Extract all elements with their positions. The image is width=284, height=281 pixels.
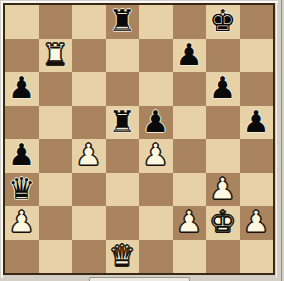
square-f5[interactable] (173, 106, 207, 140)
square-a2[interactable]: ♟ (5, 206, 39, 240)
square-c5[interactable] (72, 106, 106, 140)
square-e1[interactable] (139, 240, 173, 274)
square-h5[interactable]: ♟ (240, 106, 274, 140)
square-c4[interactable]: ♟ (72, 139, 106, 173)
square-a6[interactable]: ♟ (5, 72, 39, 106)
chess-board: ♜♚♜♟♟♟♜♟♟♟♟♟♛♟♟♟♚♟♛ (5, 5, 273, 273)
square-g2[interactable]: ♚ (206, 206, 240, 240)
white-pawn[interactable]: ♟ (176, 206, 203, 239)
square-a8[interactable] (5, 5, 39, 39)
square-f7[interactable]: ♟ (173, 39, 207, 73)
black-pawn[interactable]: ♟ (243, 106, 270, 139)
square-b2[interactable] (39, 206, 73, 240)
white-pawn[interactable]: ♟ (243, 206, 270, 239)
square-g5[interactable] (206, 106, 240, 140)
square-g8[interactable]: ♚ (206, 5, 240, 39)
square-d6[interactable] (106, 72, 140, 106)
square-h1[interactable] (240, 240, 274, 274)
square-b1[interactable] (39, 240, 73, 274)
bevel-shadow-right (281, 0, 282, 281)
square-a5[interactable] (5, 106, 39, 140)
square-c6[interactable] (72, 72, 106, 106)
square-g6[interactable]: ♟ (206, 72, 240, 106)
white-pawn[interactable]: ♟ (8, 206, 35, 239)
square-b7[interactable]: ♜ (39, 39, 73, 73)
square-g3[interactable]: ♟ (206, 173, 240, 207)
partial-widget[interactable] (89, 277, 190, 281)
square-d2[interactable] (106, 206, 140, 240)
black-pawn[interactable]: ♟ (142, 106, 169, 139)
square-h4[interactable] (240, 139, 274, 173)
square-g1[interactable] (206, 240, 240, 274)
square-e4[interactable]: ♟ (139, 139, 173, 173)
square-a3[interactable]: ♛ (5, 173, 39, 207)
square-a4[interactable]: ♟ (5, 139, 39, 173)
square-c8[interactable] (72, 5, 106, 39)
square-e8[interactable] (139, 5, 173, 39)
square-d3[interactable] (106, 173, 140, 207)
square-d8[interactable]: ♜ (106, 5, 140, 39)
square-b4[interactable] (39, 139, 73, 173)
square-e3[interactable] (139, 173, 173, 207)
chess-app-window: { "game": "chess", "position": "3r2k1/1R… (0, 0, 284, 281)
square-c3[interactable] (72, 173, 106, 207)
square-f8[interactable] (173, 5, 207, 39)
square-e5[interactable]: ♟ (139, 106, 173, 140)
square-h7[interactable] (240, 39, 274, 73)
white-king[interactable]: ♚ (209, 206, 236, 239)
square-h8[interactable] (240, 5, 274, 39)
square-h6[interactable] (240, 72, 274, 106)
white-rook[interactable]: ♜ (42, 39, 69, 72)
square-f4[interactable] (173, 139, 207, 173)
black-pawn[interactable]: ♟ (8, 72, 35, 105)
square-f3[interactable] (173, 173, 207, 207)
square-f1[interactable] (173, 240, 207, 274)
square-d7[interactable] (106, 39, 140, 73)
square-d1[interactable]: ♛ (106, 240, 140, 274)
square-e2[interactable] (139, 206, 173, 240)
square-c1[interactable] (72, 240, 106, 274)
square-h3[interactable] (240, 173, 274, 207)
square-b6[interactable] (39, 72, 73, 106)
bevel-highlight-right (276, 2, 277, 278)
square-b3[interactable] (39, 173, 73, 207)
square-b5[interactable] (39, 106, 73, 140)
black-rook[interactable]: ♜ (109, 5, 136, 38)
square-d4[interactable] (106, 139, 140, 173)
square-c2[interactable] (72, 206, 106, 240)
square-d5[interactable]: ♜ (106, 106, 140, 140)
square-e7[interactable] (139, 39, 173, 73)
square-g7[interactable] (206, 39, 240, 73)
square-a7[interactable] (5, 39, 39, 73)
white-pawn[interactable]: ♟ (209, 173, 236, 206)
square-a1[interactable] (5, 240, 39, 274)
square-e6[interactable] (139, 72, 173, 106)
black-rook[interactable]: ♜ (109, 106, 136, 139)
white-pawn[interactable]: ♟ (142, 139, 169, 172)
square-f6[interactable] (173, 72, 207, 106)
white-pawn[interactable]: ♟ (75, 139, 102, 172)
square-f2[interactable]: ♟ (173, 206, 207, 240)
square-g4[interactable] (206, 139, 240, 173)
black-king[interactable]: ♚ (209, 5, 236, 38)
black-queen[interactable]: ♛ (8, 173, 35, 206)
square-h2[interactable]: ♟ (240, 206, 274, 240)
black-pawn[interactable]: ♟ (209, 72, 236, 105)
black-pawn[interactable]: ♟ (8, 139, 35, 172)
square-c7[interactable] (72, 39, 106, 73)
board-border: ♜♚♜♟♟♟♜♟♟♟♟♟♛♟♟♟♚♟♛ (3, 3, 275, 275)
black-pawn[interactable]: ♟ (176, 39, 203, 72)
white-queen[interactable]: ♛ (109, 240, 136, 273)
square-b8[interactable] (39, 5, 73, 39)
